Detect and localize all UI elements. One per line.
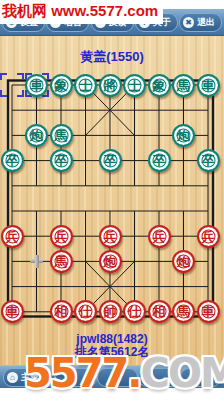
watermark-gray-text: COM: [141, 350, 224, 396]
piece-black[interactable]: 將: [99, 74, 122, 97]
piece-black[interactable]: 象: [50, 74, 73, 97]
piece-black[interactable]: 卒: [1, 149, 24, 172]
watermark-orange-text: 5577.: [24, 350, 141, 396]
piece-red[interactable]: 相: [148, 300, 171, 323]
piece-black[interactable]: 士: [123, 74, 146, 97]
piece-black[interactable]: 象: [148, 74, 171, 97]
site-watermark-top: 我机网 www.5577.com: [0, 0, 163, 24]
piece-black[interactable]: 車: [25, 74, 48, 97]
home-icon: ⌂: [7, 372, 18, 383]
piece-red[interactable]: 仕: [123, 300, 146, 323]
exit-button[interactable]: ✖ 退出: [179, 13, 222, 32]
piece-red[interactable]: 車: [1, 300, 24, 323]
piece-black[interactable]: 卒: [148, 149, 171, 172]
piece-black[interactable]: 馬: [172, 74, 195, 97]
app-screen: ⚙ 设置 ❝ 名言 ✉ 反馈 i 关于 ✖ 退出 我机网 www.5577.co…: [0, 0, 224, 400]
piece-red[interactable]: 兵: [197, 225, 220, 248]
exit-icon: ✖: [183, 17, 194, 28]
piece-black[interactable]: 卒: [197, 149, 220, 172]
cannon-origin-cross-marker: [30, 255, 43, 268]
exit-label: 退出: [197, 16, 215, 29]
piece-black[interactable]: 炮: [172, 124, 195, 147]
piece-red[interactable]: 相: [50, 300, 73, 323]
piece-red[interactable]: 車: [197, 300, 220, 323]
piece-red[interactable]: 馬: [50, 250, 73, 273]
piece-red[interactable]: 兵: [1, 225, 24, 248]
last-move-marker: [0, 73, 24, 97]
xiangqi-board[interactable]: 車象士將士象馬車炮馬炮卒卒卒卒卒兵兵兵兵兵馬炮炮車相仕帥仕相馬車: [0, 36, 224, 365]
piece-black[interactable]: 卒: [50, 149, 73, 172]
piece-black[interactable]: 卒: [99, 149, 122, 172]
piece-red[interactable]: 兵: [50, 225, 73, 248]
piece-red[interactable]: 炮: [99, 250, 122, 273]
site-watermark-bottom: 5577.COM: [24, 353, 224, 393]
piece-red[interactable]: 仕: [74, 300, 97, 323]
board-area: 黄盖(1550) 車象士將士象馬車炮馬炮卒卒卒卒卒兵兵兵兵兵馬炮炮車相仕帥仕相馬…: [0, 36, 224, 365]
piece-red[interactable]: 帥: [99, 300, 122, 323]
piece-red[interactable]: 兵: [99, 225, 122, 248]
piece-black[interactable]: 車: [197, 74, 220, 97]
piece-black[interactable]: 馬: [50, 124, 73, 147]
piece-red[interactable]: 炮: [172, 250, 195, 273]
piece-red[interactable]: 兵: [148, 225, 171, 248]
piece-black[interactable]: 炮: [25, 124, 48, 147]
piece-black[interactable]: 士: [74, 74, 97, 97]
piece-red[interactable]: 馬: [172, 300, 195, 323]
